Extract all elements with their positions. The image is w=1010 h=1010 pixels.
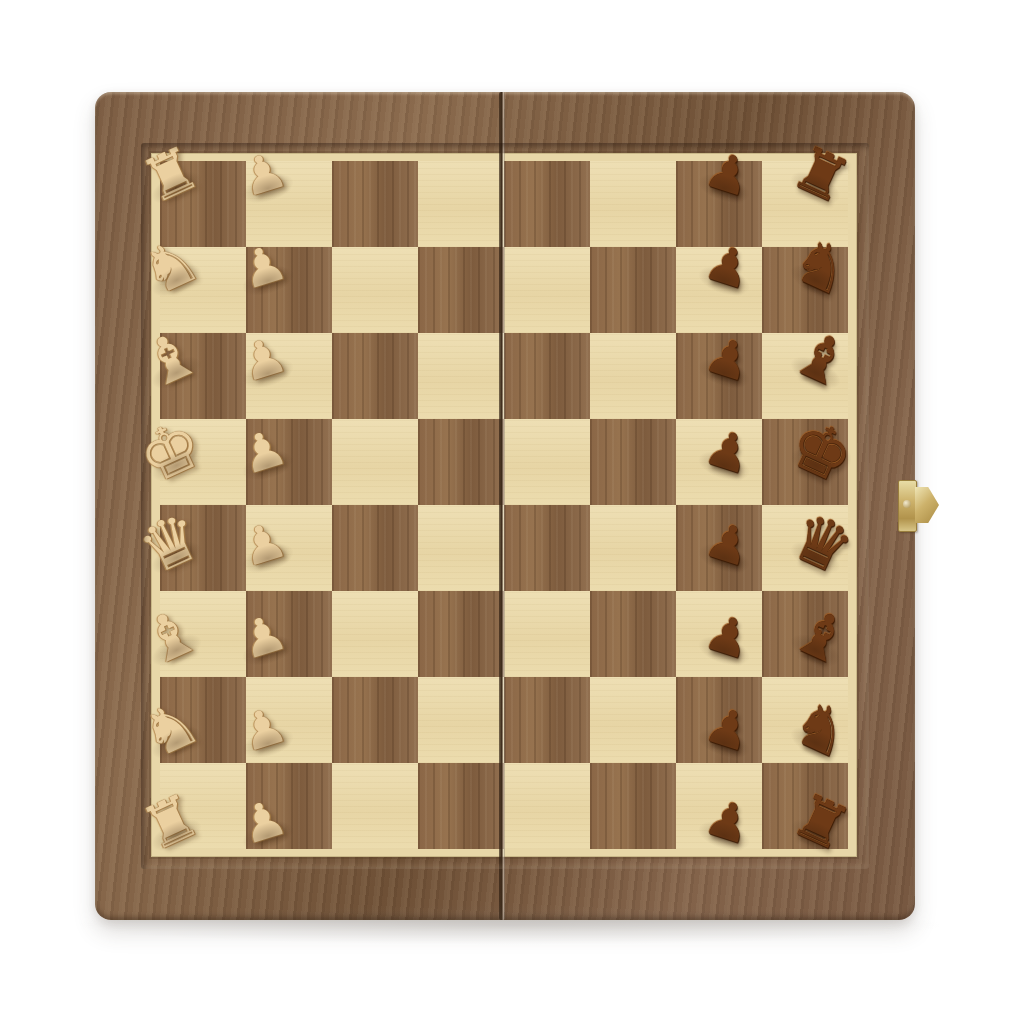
square-r8c8 bbox=[762, 763, 848, 849]
square-r7c7 bbox=[676, 677, 762, 763]
square-r4c6 bbox=[590, 419, 676, 505]
square-r6c3 bbox=[332, 591, 418, 677]
square-r3c3 bbox=[332, 333, 418, 419]
square-r4c8 bbox=[762, 419, 848, 505]
square-r4c1 bbox=[160, 419, 246, 505]
square-r4c5 bbox=[504, 419, 590, 505]
square-r3c8 bbox=[762, 333, 848, 419]
square-r2c4 bbox=[418, 247, 504, 333]
square-r6c4 bbox=[418, 591, 504, 677]
brass-clasp-plate bbox=[898, 480, 917, 532]
board-fold-seam bbox=[499, 92, 505, 920]
square-r3c1 bbox=[160, 333, 246, 419]
square-r8c6 bbox=[590, 763, 676, 849]
chess-board: ♜♟♟♜♞♟♟♞♝♟♟♝♚♟♟♚♛♟♟♛♝♟♟♝♞♟♟♞♜♟♟♜ bbox=[95, 92, 915, 920]
clasp-screw bbox=[903, 500, 911, 508]
square-r6c8 bbox=[762, 591, 848, 677]
square-r5c7 bbox=[676, 505, 762, 591]
board-shadow bbox=[70, 905, 950, 945]
square-r7c1 bbox=[160, 677, 246, 763]
square-r5c1 bbox=[160, 505, 246, 591]
square-r1c7 bbox=[676, 161, 762, 247]
square-r7c6 bbox=[590, 677, 676, 763]
square-r5c8 bbox=[762, 505, 848, 591]
square-r6c5 bbox=[504, 591, 590, 677]
square-r5c6 bbox=[590, 505, 676, 591]
square-r2c8 bbox=[762, 247, 848, 333]
product-photo: ♜♟♟♜♞♟♟♞♝♟♟♝♚♟♟♚♛♟♟♛♝♟♟♝♞♟♟♞♜♟♟♜ bbox=[0, 0, 1010, 1010]
square-r3c4 bbox=[418, 333, 504, 419]
square-r6c2 bbox=[246, 591, 332, 677]
square-r3c6 bbox=[590, 333, 676, 419]
square-r1c4 bbox=[418, 161, 504, 247]
square-r8c5 bbox=[504, 763, 590, 849]
square-r3c7 bbox=[676, 333, 762, 419]
square-r1c2 bbox=[246, 161, 332, 247]
square-r2c6 bbox=[590, 247, 676, 333]
square-r1c3 bbox=[332, 161, 418, 247]
square-r2c2 bbox=[246, 247, 332, 333]
square-r1c5 bbox=[504, 161, 590, 247]
square-r7c5 bbox=[504, 677, 590, 763]
square-r4c3 bbox=[332, 419, 418, 505]
square-r1c6 bbox=[590, 161, 676, 247]
square-r2c5 bbox=[504, 247, 590, 333]
square-r2c3 bbox=[332, 247, 418, 333]
square-r7c8 bbox=[762, 677, 848, 763]
square-r4c2 bbox=[246, 419, 332, 505]
square-r7c4 bbox=[418, 677, 504, 763]
square-r1c8 bbox=[762, 161, 848, 247]
square-r5c2 bbox=[246, 505, 332, 591]
square-r8c2 bbox=[246, 763, 332, 849]
square-r5c3 bbox=[332, 505, 418, 591]
brass-clasp-catch-icon bbox=[915, 487, 939, 523]
square-r8c1 bbox=[160, 763, 246, 849]
square-r7c2 bbox=[246, 677, 332, 763]
square-r5c4 bbox=[418, 505, 504, 591]
square-r5c5 bbox=[504, 505, 590, 591]
square-r7c3 bbox=[332, 677, 418, 763]
square-r6c7 bbox=[676, 591, 762, 677]
square-r4c7 bbox=[676, 419, 762, 505]
square-r3c5 bbox=[504, 333, 590, 419]
square-r8c4 bbox=[418, 763, 504, 849]
square-r8c7 bbox=[676, 763, 762, 849]
square-r4c4 bbox=[418, 419, 504, 505]
square-r6c6 bbox=[590, 591, 676, 677]
square-r1c1 bbox=[160, 161, 246, 247]
square-r8c3 bbox=[332, 763, 418, 849]
square-r3c2 bbox=[246, 333, 332, 419]
square-r2c1 bbox=[160, 247, 246, 333]
square-r6c1 bbox=[160, 591, 246, 677]
square-r2c7 bbox=[676, 247, 762, 333]
